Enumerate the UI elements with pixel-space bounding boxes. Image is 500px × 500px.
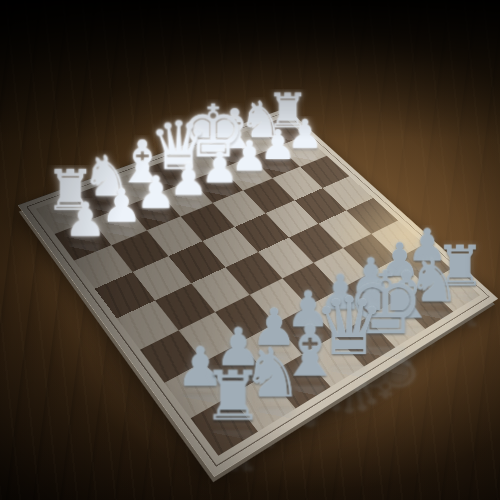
piece-black-pawn-b7[interactable]: ♟ — [101, 185, 141, 227]
piece-black-pawn-a7[interactable]: ♟ — [64, 198, 105, 242]
piece-white-rook-a1[interactable]: ♜ — [202, 365, 251, 428]
chess-scene: ♜♞♝♛♚♝♞♜♟♟♟♟♟♟♟♟♟♟♟♟♟♟♟♟♜♞♝♛♚♝♞♜ — [0, 0, 500, 500]
